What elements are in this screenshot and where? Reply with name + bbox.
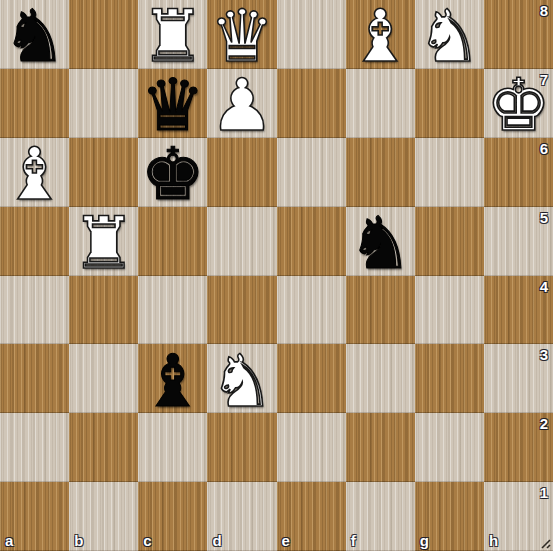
piece-black-knight[interactable]: ♞	[2, 2, 67, 70]
piece-black-knight[interactable]: ♞	[348, 209, 413, 277]
square-f7[interactable]	[346, 69, 415, 138]
piece-white-king[interactable]: ♚	[486, 71, 551, 139]
file-label-h: h	[489, 532, 498, 549]
square-f8[interactable]: ♝	[346, 0, 415, 69]
square-a1[interactable]: a	[0, 482, 69, 551]
square-h5[interactable]: 5	[484, 207, 553, 276]
file-label-f: f	[351, 532, 356, 549]
piece-white-knight[interactable]: ♞	[210, 347, 275, 415]
square-e3[interactable]	[277, 344, 346, 413]
square-d4[interactable]	[207, 276, 276, 345]
square-c7[interactable]: ♛	[138, 69, 207, 138]
square-g5[interactable]	[415, 207, 484, 276]
square-h8[interactable]: 8	[484, 0, 553, 69]
rank-label-8: 8	[540, 2, 548, 19]
piece-white-knight[interactable]: ♞	[417, 2, 482, 70]
square-c3[interactable]: ♝	[138, 344, 207, 413]
file-label-g: g	[420, 532, 429, 549]
square-g6[interactable]	[415, 138, 484, 207]
square-f3[interactable]	[346, 344, 415, 413]
square-b1[interactable]: b	[69, 482, 138, 551]
piece-white-pawn[interactable]: ♟	[210, 71, 275, 139]
file-label-b: b	[74, 532, 83, 549]
square-a2[interactable]	[0, 413, 69, 482]
square-d1[interactable]: d	[207, 482, 276, 551]
square-g4[interactable]	[415, 276, 484, 345]
piece-white-bishop[interactable]: ♝	[2, 140, 67, 208]
square-a6[interactable]: ♝	[0, 138, 69, 207]
rank-label-2: 2	[540, 415, 548, 432]
rank-label-4: 4	[540, 278, 548, 295]
rank-label-5: 5	[540, 209, 548, 226]
square-a7[interactable]	[0, 69, 69, 138]
square-c6[interactable]: ♚	[138, 138, 207, 207]
square-d6[interactable]	[207, 138, 276, 207]
square-g8[interactable]: ♞	[415, 0, 484, 69]
piece-white-rook[interactable]: ♜	[141, 2, 206, 70]
square-h2[interactable]: 2	[484, 413, 553, 482]
square-c2[interactable]	[138, 413, 207, 482]
square-g7[interactable]	[415, 69, 484, 138]
file-label-c: c	[143, 532, 151, 549]
square-c8[interactable]: ♜	[138, 0, 207, 69]
square-f2[interactable]	[346, 413, 415, 482]
square-h3[interactable]: 3	[484, 344, 553, 413]
square-e8[interactable]	[277, 0, 346, 69]
piece-white-rook[interactable]: ♜	[71, 209, 136, 277]
square-d8[interactable]: ♛	[207, 0, 276, 69]
square-d3[interactable]: ♞	[207, 344, 276, 413]
square-d2[interactable]	[207, 413, 276, 482]
square-b2[interactable]	[69, 413, 138, 482]
square-e6[interactable]	[277, 138, 346, 207]
piece-white-bishop[interactable]: ♝	[348, 2, 413, 70]
piece-white-queen[interactable]: ♛	[210, 2, 275, 70]
square-b4[interactable]	[69, 276, 138, 345]
square-h6[interactable]: 6	[484, 138, 553, 207]
square-b8[interactable]	[69, 0, 138, 69]
square-e7[interactable]	[277, 69, 346, 138]
square-g3[interactable]	[415, 344, 484, 413]
piece-black-king[interactable]: ♚	[141, 140, 206, 208]
square-d7[interactable]: ♟	[207, 69, 276, 138]
rank-label-1: 1	[540, 484, 548, 501]
rank-label-3: 3	[540, 346, 548, 363]
square-e2[interactable]	[277, 413, 346, 482]
square-f6[interactable]	[346, 138, 415, 207]
file-label-a: a	[5, 532, 13, 549]
resize-grip-icon[interactable]	[538, 536, 551, 549]
square-g2[interactable]	[415, 413, 484, 482]
square-b6[interactable]	[69, 138, 138, 207]
square-c5[interactable]	[138, 207, 207, 276]
square-b7[interactable]	[69, 69, 138, 138]
square-e4[interactable]	[277, 276, 346, 345]
square-e5[interactable]	[277, 207, 346, 276]
square-c1[interactable]: c	[138, 482, 207, 551]
piece-black-queen[interactable]: ♛	[141, 71, 206, 139]
square-f5[interactable]: ♞	[346, 207, 415, 276]
square-a4[interactable]	[0, 276, 69, 345]
chess-board: ♞♜♛♝♞8♛♟7♚♝♚6♜♞54♝♞32abcdefg1h	[0, 0, 553, 551]
square-h4[interactable]: 4	[484, 276, 553, 345]
square-d5[interactable]	[207, 207, 276, 276]
square-e1[interactable]: e	[277, 482, 346, 551]
square-f1[interactable]: f	[346, 482, 415, 551]
square-b3[interactable]	[69, 344, 138, 413]
piece-black-bishop[interactable]: ♝	[141, 347, 206, 415]
square-a8[interactable]: ♞	[0, 0, 69, 69]
square-a5[interactable]	[0, 207, 69, 276]
square-a3[interactable]	[0, 344, 69, 413]
square-c4[interactable]	[138, 276, 207, 345]
square-b5[interactable]: ♜	[69, 207, 138, 276]
square-h7[interactable]: 7♚	[484, 69, 553, 138]
file-label-e: e	[282, 532, 290, 549]
square-f4[interactable]	[346, 276, 415, 345]
square-g1[interactable]: g	[415, 482, 484, 551]
file-label-d: d	[212, 532, 221, 549]
